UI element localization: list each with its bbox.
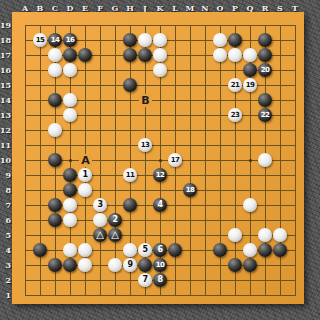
- stone-F6: [93, 213, 107, 227]
- stone-O18: [213, 33, 227, 47]
- stone-M8: 18: [183, 183, 197, 197]
- row-label-13: 13: [0, 109, 11, 121]
- move-number: 7: [142, 276, 147, 284]
- stone-R4: [258, 243, 272, 257]
- stone-E17: [78, 48, 92, 62]
- stone-R16: 20: [258, 63, 272, 77]
- triangle-mark-icon: △: [111, 230, 119, 240]
- stone-K18: [153, 33, 167, 47]
- stone-J18: [138, 33, 152, 47]
- move-number: 15: [36, 37, 45, 44]
- row-label-16: 16: [0, 64, 11, 76]
- stone-B18: 15: [33, 33, 47, 47]
- star-point-Q10: [249, 159, 252, 162]
- row-label-2: 2: [0, 274, 11, 286]
- move-number: 12: [156, 172, 165, 179]
- stone-R17: [258, 48, 272, 62]
- stone-D3: [63, 258, 77, 272]
- stone-C10: [48, 153, 62, 167]
- row-label-12: 12: [0, 124, 11, 136]
- stone-B4: [33, 243, 47, 257]
- row-label-19: 19: [0, 19, 11, 31]
- row-label-3: 3: [0, 259, 11, 271]
- stone-D18: 16: [63, 33, 77, 47]
- stone-H3: 9: [123, 258, 137, 272]
- move-number: 21: [231, 82, 240, 89]
- stone-K3: 10: [153, 258, 167, 272]
- row-label-7: 7: [0, 199, 11, 211]
- move-number: 10: [156, 262, 165, 269]
- move-number: 3: [97, 201, 102, 209]
- row-label-4: 4: [0, 244, 11, 256]
- stone-K2: 8: [153, 273, 167, 287]
- stone-D8: [63, 183, 77, 197]
- stone-C14: [48, 93, 62, 107]
- annotation-B: B: [139, 94, 152, 107]
- stone-O4: [213, 243, 227, 257]
- stone-R18: [258, 33, 272, 47]
- move-number: 17: [171, 157, 180, 164]
- stone-G3: [108, 258, 122, 272]
- stone-K17: [153, 48, 167, 62]
- stone-C18: 14: [48, 33, 62, 47]
- stone-R5: [258, 228, 272, 242]
- stone-E9: 1: [78, 168, 92, 182]
- stone-E4: [78, 243, 92, 257]
- move-number: 16: [66, 37, 75, 44]
- stone-J2: 7: [138, 273, 152, 287]
- move-number: 20: [261, 67, 270, 74]
- stone-D6: [63, 213, 77, 227]
- stone-J11: 13: [138, 138, 152, 152]
- move-number: 23: [231, 112, 240, 119]
- stone-H18: [123, 33, 137, 47]
- stone-E3: [78, 258, 92, 272]
- stone-J3: [138, 258, 152, 272]
- stone-K7: 4: [153, 198, 167, 212]
- stone-F7: 3: [93, 198, 107, 212]
- row-label-18: 18: [0, 34, 11, 46]
- row-label-11: 11: [0, 139, 11, 151]
- stone-R14: [258, 93, 272, 107]
- grid-line: [25, 295, 296, 296]
- stone-D9: [63, 168, 77, 182]
- row-label-9: 9: [0, 169, 11, 181]
- stone-D17: [63, 48, 77, 62]
- stone-H9: 11: [123, 168, 137, 182]
- go-board: 151416202119232213171111218342△△5691078A…: [12, 12, 304, 304]
- stone-P13: 23: [228, 108, 242, 122]
- move-number: 9: [127, 261, 132, 269]
- stone-Q7: [243, 198, 257, 212]
- stone-D4: [63, 243, 77, 257]
- move-number: 4: [157, 201, 162, 209]
- stone-P17: [228, 48, 242, 62]
- grid-line: [295, 25, 296, 296]
- star-point-K10: [159, 159, 162, 162]
- stone-D7: [63, 198, 77, 212]
- stone-P18: [228, 33, 242, 47]
- move-number: 13: [141, 142, 150, 149]
- grid-line: [25, 235, 296, 236]
- move-number: 5: [142, 246, 147, 254]
- stone-D13: [63, 108, 77, 122]
- stone-Q15: 19: [243, 78, 257, 92]
- stone-P5: [228, 228, 242, 242]
- row-label-1: 1: [0, 289, 11, 301]
- row-label-10: 10: [0, 154, 11, 166]
- move-number: 8: [157, 276, 162, 284]
- stone-P15: 21: [228, 78, 242, 92]
- grid-line: [235, 25, 236, 296]
- stone-S4: [273, 243, 287, 257]
- grid-line: [190, 25, 191, 296]
- move-number: 18: [186, 187, 195, 194]
- stone-Q17: [243, 48, 257, 62]
- stone-C7: [48, 198, 62, 212]
- stone-Q4: [243, 243, 257, 257]
- row-label-6: 6: [0, 214, 11, 226]
- stone-Q16: [243, 63, 257, 77]
- stone-O17: [213, 48, 227, 62]
- stone-R13: 22: [258, 108, 272, 122]
- row-label-8: 8: [0, 184, 11, 196]
- stone-R10: [258, 153, 272, 167]
- stone-L4: [168, 243, 182, 257]
- stone-C6: [48, 213, 62, 227]
- stone-C12: [48, 123, 62, 137]
- stone-C3: [48, 258, 62, 272]
- stone-K4: 6: [153, 243, 167, 257]
- stone-K16: [153, 63, 167, 77]
- stone-G6: 2: [108, 213, 122, 227]
- stone-D16: [63, 63, 77, 77]
- stone-C17: [48, 48, 62, 62]
- row-label-5: 5: [0, 229, 11, 241]
- stone-G5: △: [108, 228, 122, 242]
- stone-S5: [273, 228, 287, 242]
- stone-J17: [138, 48, 152, 62]
- grid-line: [205, 25, 206, 296]
- stone-D14: [63, 93, 77, 107]
- stone-C16: [48, 63, 62, 77]
- move-number: 2: [112, 216, 117, 224]
- move-number: 11: [126, 172, 135, 179]
- triangle-mark-icon: △: [96, 230, 104, 240]
- stone-F5: △: [93, 228, 107, 242]
- move-number: 6: [157, 246, 162, 254]
- stone-Q3: [243, 258, 257, 272]
- stone-P3: [228, 258, 242, 272]
- stone-H17: [123, 48, 137, 62]
- row-label-14: 14: [0, 94, 11, 106]
- annotation-A: A: [79, 154, 92, 167]
- move-number: 19: [246, 82, 255, 89]
- stone-L10: 17: [168, 153, 182, 167]
- go-board-diagram: ABCDEFGHJKLMNOPQRST 19181716151413121110…: [0, 0, 320, 320]
- stone-H4: [123, 243, 137, 257]
- move-number: 1: [82, 171, 87, 179]
- stone-K9: 12: [153, 168, 167, 182]
- stone-E8: [78, 183, 92, 197]
- stone-H7: [123, 198, 137, 212]
- move-number: 22: [261, 112, 270, 119]
- move-number: 14: [51, 37, 60, 44]
- row-label-15: 15: [0, 79, 11, 91]
- star-point-D10: [69, 159, 72, 162]
- row-label-17: 17: [0, 49, 11, 61]
- stone-H15: [123, 78, 137, 92]
- stone-J4: 5: [138, 243, 152, 257]
